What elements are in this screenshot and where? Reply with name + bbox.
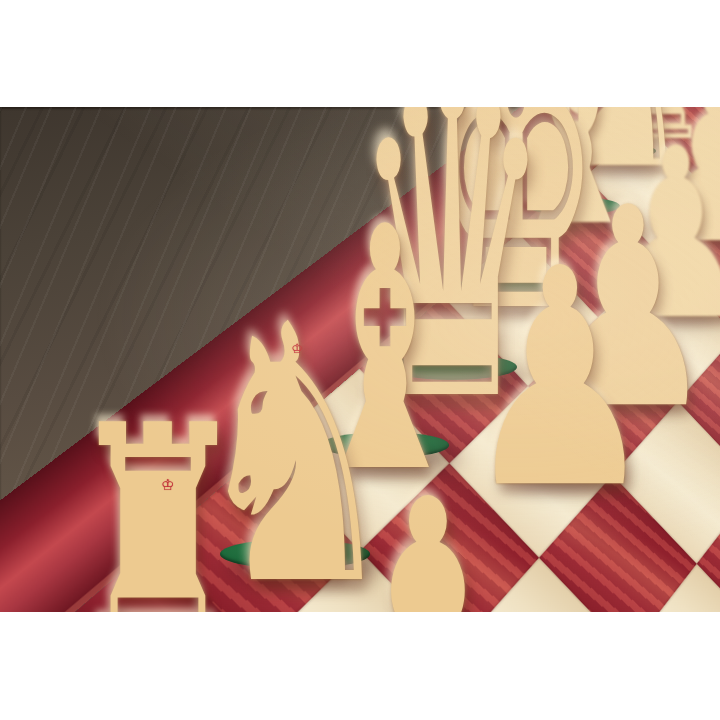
white-band-top [0, 0, 720, 107]
chess-set-photo-page: ♜♞♝♛♚♝♞♜♟♟♟♟♟ ♔ ♔ [0, 0, 720, 720]
piece-white-pawn-c2: ♟ [321, 457, 534, 612]
white-band-bottom [0, 612, 720, 720]
maker-stamp-knight-icon: ♔ [291, 341, 303, 356]
piece-white-rook-corner-frame-edge: ♜ [64, 387, 252, 612]
product-photo: ♜♞♝♛♚♝♞♜♟♟♟♟♟ ♔ ♔ [0, 107, 720, 612]
maker-stamp-rook-icon: ♔ [161, 476, 174, 494]
